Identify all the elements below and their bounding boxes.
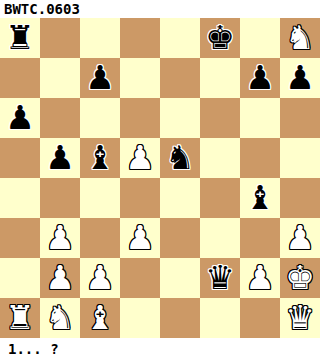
square-d3[interactable]: ♟: [120, 218, 160, 258]
square-f6[interactable]: [200, 98, 240, 138]
piece-white-knight[interactable]: ♞: [45, 298, 75, 338]
square-h3[interactable]: ♟: [280, 218, 320, 258]
piece-white-pawn[interactable]: ♟: [85, 258, 115, 298]
square-b8[interactable]: [40, 18, 80, 58]
square-b2[interactable]: ♟: [40, 258, 80, 298]
square-f1[interactable]: [200, 298, 240, 338]
square-d6[interactable]: [120, 98, 160, 138]
square-b7[interactable]: [40, 58, 80, 98]
square-c2[interactable]: ♟: [80, 258, 120, 298]
square-h4[interactable]: [280, 178, 320, 218]
square-a1[interactable]: ♜: [0, 298, 40, 338]
square-d4[interactable]: [120, 178, 160, 218]
piece-black-pawn[interactable]: ♟: [85, 58, 115, 98]
square-c4[interactable]: [80, 178, 120, 218]
square-e2[interactable]: [160, 258, 200, 298]
piece-white-pawn[interactable]: ♟: [245, 258, 275, 298]
piece-black-king[interactable]: ♚: [205, 18, 235, 58]
square-a5[interactable]: [0, 138, 40, 178]
square-f7[interactable]: [200, 58, 240, 98]
square-h6[interactable]: [280, 98, 320, 138]
square-h2[interactable]: ♚: [280, 258, 320, 298]
piece-black-pawn[interactable]: ♟: [5, 98, 35, 138]
square-f2[interactable]: ♛: [200, 258, 240, 298]
square-e6[interactable]: [160, 98, 200, 138]
square-e8[interactable]: [160, 18, 200, 58]
square-e5[interactable]: ♞: [160, 138, 200, 178]
square-h1[interactable]: ♛: [280, 298, 320, 338]
square-g6[interactable]: [240, 98, 280, 138]
piece-white-rook[interactable]: ♜: [5, 298, 35, 338]
square-g5[interactable]: [240, 138, 280, 178]
piece-black-pawn[interactable]: ♟: [245, 58, 275, 98]
square-f4[interactable]: [200, 178, 240, 218]
square-c5[interactable]: ♝: [80, 138, 120, 178]
square-d7[interactable]: [120, 58, 160, 98]
square-b1[interactable]: ♞: [40, 298, 80, 338]
square-b6[interactable]: [40, 98, 80, 138]
piece-black-pawn[interactable]: ♟: [285, 58, 315, 98]
square-d2[interactable]: [120, 258, 160, 298]
piece-white-pawn[interactable]: ♟: [125, 138, 155, 178]
diagram-title: BWTC.0603: [0, 0, 320, 18]
square-c7[interactable]: ♟: [80, 58, 120, 98]
piece-white-knight[interactable]: ♞: [285, 18, 315, 58]
move-prompt: 1... ?: [0, 338, 320, 360]
piece-white-king[interactable]: ♚: [285, 258, 315, 298]
piece-white-bishop[interactable]: ♝: [85, 298, 115, 338]
square-g3[interactable]: [240, 218, 280, 258]
square-d5[interactable]: ♟: [120, 138, 160, 178]
square-c6[interactable]: [80, 98, 120, 138]
square-a4[interactable]: [0, 178, 40, 218]
square-e3[interactable]: [160, 218, 200, 258]
square-e7[interactable]: [160, 58, 200, 98]
square-c8[interactable]: [80, 18, 120, 58]
square-f8[interactable]: ♚: [200, 18, 240, 58]
chess-board: ♜♚♞♟♟♟♟♟♝♟♞♝♟♟♟♟♟♛♟♚♜♞♝♛: [0, 18, 320, 338]
square-h5[interactable]: [280, 138, 320, 178]
square-e1[interactable]: [160, 298, 200, 338]
square-h7[interactable]: ♟: [280, 58, 320, 98]
square-g8[interactable]: [240, 18, 280, 58]
square-b5[interactable]: ♟: [40, 138, 80, 178]
piece-black-bishop[interactable]: ♝: [85, 138, 115, 178]
square-a7[interactable]: [0, 58, 40, 98]
square-e4[interactable]: [160, 178, 200, 218]
piece-white-pawn[interactable]: ♟: [285, 218, 315, 258]
piece-white-pawn[interactable]: ♟: [125, 218, 155, 258]
square-f5[interactable]: [200, 138, 240, 178]
piece-white-pawn[interactable]: ♟: [45, 258, 75, 298]
square-g7[interactable]: ♟: [240, 58, 280, 98]
square-c3[interactable]: [80, 218, 120, 258]
square-a6[interactable]: ♟: [0, 98, 40, 138]
square-g1[interactable]: [240, 298, 280, 338]
square-a2[interactable]: [0, 258, 40, 298]
square-b4[interactable]: [40, 178, 80, 218]
square-b3[interactable]: ♟: [40, 218, 80, 258]
piece-black-pawn[interactable]: ♟: [45, 138, 75, 178]
square-f3[interactable]: [200, 218, 240, 258]
piece-black-bishop[interactable]: ♝: [245, 178, 275, 218]
square-g2[interactable]: ♟: [240, 258, 280, 298]
square-d8[interactable]: [120, 18, 160, 58]
square-h8[interactable]: ♞: [280, 18, 320, 58]
square-a3[interactable]: [0, 218, 40, 258]
piece-black-queen[interactable]: ♛: [205, 258, 235, 298]
piece-black-rook[interactable]: ♜: [5, 18, 35, 58]
piece-black-knight[interactable]: ♞: [165, 138, 195, 178]
square-g4[interactable]: ♝: [240, 178, 280, 218]
piece-white-queen[interactable]: ♛: [285, 298, 315, 338]
square-c1[interactable]: ♝: [80, 298, 120, 338]
piece-white-pawn[interactable]: ♟: [45, 218, 75, 258]
square-a8[interactable]: ♜: [0, 18, 40, 58]
square-d1[interactable]: [120, 298, 160, 338]
